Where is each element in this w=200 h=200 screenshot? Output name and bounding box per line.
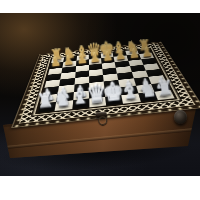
board-square: ♜ — [154, 90, 175, 100]
chess-piece-p: ♟ — [50, 55, 62, 68]
chess-piece-p: ♟ — [141, 46, 153, 59]
chess-piece-p: ♟ — [89, 51, 101, 64]
board-square: ♝ — [122, 93, 141, 103]
chess-piece-p: ♟ — [102, 50, 114, 63]
board-square: ♞ — [138, 92, 158, 102]
chess-piece-p: ♟ — [76, 53, 88, 66]
drawer-latch — [94, 111, 110, 124]
chess-piece-p: ♟ — [115, 49, 127, 62]
chess-piece-p: ♟ — [63, 54, 75, 67]
side-handle-knob — [174, 110, 187, 124]
chess-piece-n: ♞ — [138, 80, 157, 101]
chess-set-photo: ♜♞♝♛♚♝♞♜♟♟♟♟♟♟♟♟♟♟♟♟♟♟♟♟♜♞♝♛♚♝♞♜ — [0, 13, 200, 176]
board-tilt-wrapper: ♜♞♝♛♚♝♞♜♟♟♟♟♟♟♟♟♟♟♟♟♟♟♟♟♜♞♝♛♚♝♞♜ — [21, 13, 186, 157]
chess-piece-r: ♜ — [155, 79, 174, 100]
board-square: ♞ — [55, 100, 73, 111]
chess-piece-p: ♟ — [128, 47, 140, 60]
chess-piece-b: ♝ — [120, 81, 140, 103]
board-scene: ♜♞♝♛♚♝♞♜♟♟♟♟♟♟♟♟♟♟♟♟♟♟♟♟♜♞♝♛♚♝♞♜ — [21, 13, 186, 157]
